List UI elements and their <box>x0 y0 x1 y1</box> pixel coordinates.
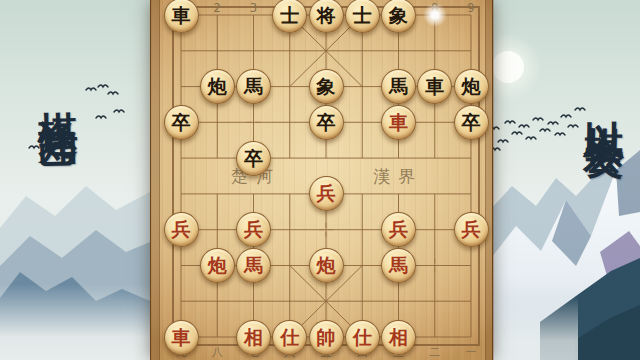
piece-red-cannon[interactable]: 炮 <box>309 248 344 283</box>
pieces-layer: 車士将士象炮馬象馬車炮卒卒卒卒車兵兵兵兵兵炮馬炮馬車相仕帥仕相 <box>151 0 494 360</box>
piece-black-horse[interactable]: 馬 <box>236 69 271 104</box>
last-move-marker <box>423 3 447 27</box>
piece-red-chariot[interactable]: 車 <box>381 105 416 140</box>
piece-black-soldier[interactable]: 卒 <box>454 105 489 140</box>
piece-red-elephant[interactable]: 相 <box>236 320 271 355</box>
piece-red-advisor[interactable]: 仕 <box>272 320 307 355</box>
piece-black-soldier[interactable]: 卒 <box>164 105 199 140</box>
piece-black-chariot[interactable]: 車 <box>164 0 199 33</box>
piece-red-general[interactable]: 帥 <box>309 320 344 355</box>
piece-black-advisor[interactable]: 士 <box>345 0 380 33</box>
piece-black-advisor[interactable]: 士 <box>272 0 307 33</box>
piece-black-soldier[interactable]: 卒 <box>236 141 271 176</box>
game-screen: 棋逢知己 以棋会友 楚河 漢界 1 2 3 4 <box>0 0 640 360</box>
left-mountains <box>0 186 150 360</box>
piece-red-soldier[interactable]: 兵 <box>309 176 344 211</box>
piece-black-soldier[interactable]: 卒 <box>309 105 344 140</box>
piece-red-advisor[interactable]: 仕 <box>345 320 380 355</box>
piece-black-elephant[interactable]: 象 <box>381 0 416 33</box>
piece-red-soldier[interactable]: 兵 <box>454 212 489 247</box>
piece-black-cannon[interactable]: 炮 <box>454 69 489 104</box>
piece-black-elephant[interactable]: 象 <box>309 69 344 104</box>
piece-black-horse[interactable]: 馬 <box>381 69 416 104</box>
piece-black-general[interactable]: 将 <box>309 0 344 33</box>
piece-red-horse[interactable]: 馬 <box>381 248 416 283</box>
piece-red-soldier[interactable]: 兵 <box>164 212 199 247</box>
piece-black-chariot[interactable]: 車 <box>417 69 452 104</box>
piece-red-soldier[interactable]: 兵 <box>381 212 416 247</box>
xiangqi-board[interactable]: 楚河 漢界 1 2 3 4 5 6 7 8 9 九 八 七 六 五 四 <box>150 0 493 360</box>
right-mountains <box>488 150 640 360</box>
piece-red-elephant[interactable]: 相 <box>381 320 416 355</box>
piece-black-cannon[interactable]: 炮 <box>200 69 235 104</box>
right-motto-calligraphy: 以棋会友 <box>578 88 633 117</box>
piece-red-soldier[interactable]: 兵 <box>236 212 271 247</box>
piece-red-cannon[interactable]: 炮 <box>200 248 235 283</box>
piece-red-chariot[interactable]: 車 <box>164 320 199 355</box>
left-motto-calligraphy: 棋逢知己 <box>30 78 86 107</box>
piece-red-horse[interactable]: 馬 <box>236 248 271 283</box>
